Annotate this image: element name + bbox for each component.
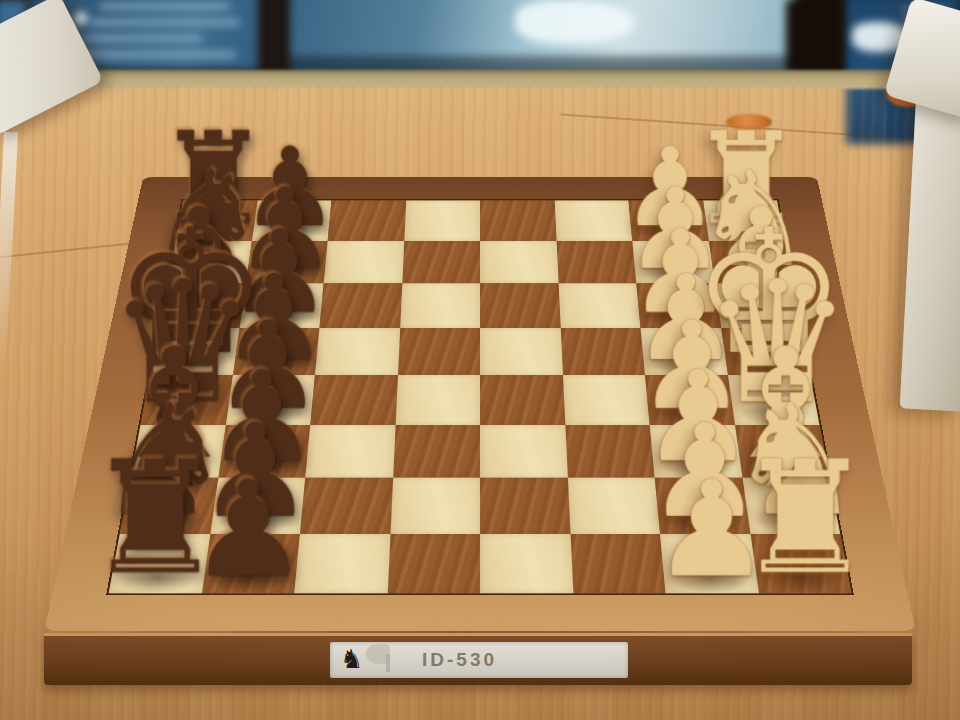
screen-logo-dot (74, 12, 87, 25)
square-g4 (480, 241, 558, 283)
square-f6 (319, 283, 401, 328)
logo-stem (386, 654, 390, 672)
square-g6 (324, 241, 404, 283)
square-g5 (402, 241, 480, 283)
board-grid: ♜♟♟♜♞♟♟♞♝♟♟♝♚♟♟♚♛♟♟♛♝♟♟♝♞♟♟♞♜♟♟♜ (106, 199, 854, 594)
piece-white-rook: ♜ (735, 444, 874, 591)
square-c4 (480, 425, 567, 478)
square-e4 (480, 328, 563, 375)
square-h6 (328, 200, 406, 240)
board-scene: ♜♟♟♜♞♟♟♞♝♟♟♝♚♟♟♚♛♟♟♛♝♟♟♝♞♟♟♞♜♟♟♜ (100, 0, 860, 720)
square-f5 (400, 283, 480, 328)
square-h4 (480, 200, 556, 240)
square-h5 (404, 200, 480, 240)
square-a5 (387, 534, 480, 594)
square-a7: ♟ (202, 534, 300, 594)
square-b4 (480, 478, 570, 534)
square-a6 (294, 534, 390, 594)
square-a4 (480, 534, 573, 594)
square-d5 (395, 375, 480, 425)
square-f4 (480, 283, 560, 328)
square-a1: ♜ (750, 534, 851, 594)
piece-black-pawn: ♟ (189, 466, 308, 592)
square-d6 (310, 375, 397, 425)
chess-board: ♜♟♟♜♞♟♟♞♝♟♟♝♚♟♟♚♛♟♟♛♝♟♟♝♞♟♟♞♜♟♟♜ (44, 177, 916, 631)
photo-of-chess-set: ♜♟♟♜♞♟♟♞♝♟♟♝♚♟♟♚♛♟♟♛♝♟♟♝♞♟♟♞♜♟♟♜ ♞ ID-53… (0, 0, 960, 720)
square-d4 (480, 375, 565, 425)
square-e6 (315, 328, 400, 375)
square-c6 (305, 425, 395, 478)
board-id-text: ID-530 (422, 649, 497, 671)
square-c5 (393, 425, 480, 478)
square-b6 (300, 478, 393, 534)
knight-logo-icon: ♞ (340, 645, 363, 674)
square-b5 (390, 478, 480, 534)
square-e5 (398, 328, 481, 375)
board-id-plate: ♞ ID-530 (330, 642, 628, 678)
board-front-edge: ♞ ID-530 (44, 633, 912, 685)
